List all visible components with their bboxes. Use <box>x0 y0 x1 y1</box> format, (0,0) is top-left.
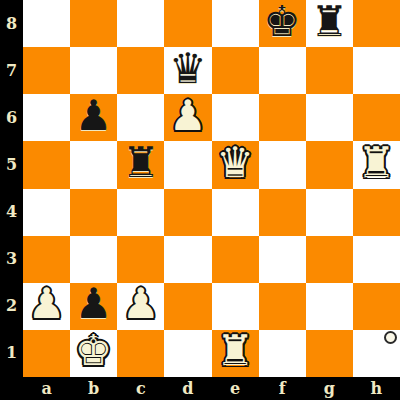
square-d2[interactable] <box>164 283 211 330</box>
square-h6[interactable] <box>353 94 400 141</box>
square-c7[interactable] <box>117 47 164 94</box>
square-d8[interactable] <box>164 0 211 47</box>
file-label-a: a <box>23 377 70 400</box>
square-g8[interactable]: ♜ <box>306 0 353 47</box>
chess-board: ♚♜♛♟♟♜♛♜♟♟♟♚♜ <box>23 0 400 377</box>
square-a8[interactable] <box>23 0 70 47</box>
white-king[interactable]: ♚ <box>75 330 113 372</box>
file-label-f: f <box>259 377 306 400</box>
white-to-move-indicator <box>384 331 397 344</box>
square-e5[interactable]: ♛ <box>212 141 259 188</box>
file-label-d: d <box>164 377 211 400</box>
square-h7[interactable] <box>353 47 400 94</box>
square-c3[interactable] <box>117 236 164 283</box>
file-label-c: c <box>117 377 164 400</box>
rank-label-8: 8 <box>0 0 23 47</box>
square-a3[interactable] <box>23 236 70 283</box>
black-pawn[interactable]: ♟ <box>75 95 113 137</box>
square-e2[interactable] <box>212 283 259 330</box>
square-h4[interactable] <box>353 189 400 236</box>
rank-labels: 87654321 <box>0 0 23 377</box>
square-d3[interactable] <box>164 236 211 283</box>
square-g1[interactable] <box>306 330 353 377</box>
black-king[interactable]: ♚ <box>263 1 301 43</box>
square-c4[interactable] <box>117 189 164 236</box>
square-h2[interactable] <box>353 283 400 330</box>
square-g2[interactable] <box>306 283 353 330</box>
file-label-h: h <box>353 377 400 400</box>
square-e3[interactable] <box>212 236 259 283</box>
rank-label-7: 7 <box>0 47 23 94</box>
square-f1[interactable] <box>259 330 306 377</box>
square-h8[interactable] <box>353 0 400 47</box>
file-label-b: b <box>70 377 117 400</box>
square-c5[interactable]: ♜ <box>117 141 164 188</box>
square-a7[interactable] <box>23 47 70 94</box>
square-d4[interactable] <box>164 189 211 236</box>
white-rook[interactable]: ♜ <box>358 142 396 184</box>
square-c8[interactable] <box>117 0 164 47</box>
square-c6[interactable] <box>117 94 164 141</box>
rank-label-4: 4 <box>0 189 23 236</box>
square-a1[interactable] <box>23 330 70 377</box>
white-pawn[interactable]: ♟ <box>169 95 207 137</box>
square-b6[interactable]: ♟ <box>70 94 117 141</box>
square-c1[interactable] <box>117 330 164 377</box>
square-h3[interactable] <box>353 236 400 283</box>
square-e4[interactable] <box>212 189 259 236</box>
rank-label-2: 2 <box>0 283 23 330</box>
square-a4[interactable] <box>23 189 70 236</box>
black-rook[interactable]: ♜ <box>122 142 160 184</box>
rank-label-3: 3 <box>0 236 23 283</box>
square-e7[interactable] <box>212 47 259 94</box>
square-a5[interactable] <box>23 141 70 188</box>
square-f3[interactable] <box>259 236 306 283</box>
black-pawn[interactable]: ♟ <box>75 283 113 325</box>
file-label-e: e <box>212 377 259 400</box>
square-d1[interactable] <box>164 330 211 377</box>
black-queen[interactable]: ♛ <box>169 48 207 90</box>
square-a2[interactable]: ♟ <box>23 283 70 330</box>
square-h5[interactable]: ♜ <box>353 141 400 188</box>
square-d5[interactable] <box>164 141 211 188</box>
chess-diagram: 87654321 ♚♜♛♟♟♜♛♜♟♟♟♚♜ abcdefgh <box>0 0 400 400</box>
square-e8[interactable] <box>212 0 259 47</box>
white-rook[interactable]: ♜ <box>216 330 254 372</box>
file-labels: abcdefgh <box>23 377 400 400</box>
square-c2[interactable]: ♟ <box>117 283 164 330</box>
rank-label-6: 6 <box>0 94 23 141</box>
square-f6[interactable] <box>259 94 306 141</box>
square-f2[interactable] <box>259 283 306 330</box>
square-b4[interactable] <box>70 189 117 236</box>
square-e1[interactable]: ♜ <box>212 330 259 377</box>
square-b8[interactable] <box>70 0 117 47</box>
square-g3[interactable] <box>306 236 353 283</box>
square-g6[interactable] <box>306 94 353 141</box>
square-b2[interactable]: ♟ <box>70 283 117 330</box>
square-b5[interactable] <box>70 141 117 188</box>
square-g7[interactable] <box>306 47 353 94</box>
square-e6[interactable] <box>212 94 259 141</box>
white-queen[interactable]: ♛ <box>216 142 254 184</box>
square-b7[interactable] <box>70 47 117 94</box>
rank-label-5: 5 <box>0 141 23 188</box>
square-f5[interactable] <box>259 141 306 188</box>
file-label-g: g <box>306 377 353 400</box>
square-f7[interactable] <box>259 47 306 94</box>
square-b1[interactable]: ♚ <box>70 330 117 377</box>
rank-label-1: 1 <box>0 330 23 377</box>
square-f4[interactable] <box>259 189 306 236</box>
square-g4[interactable] <box>306 189 353 236</box>
square-f8[interactable]: ♚ <box>259 0 306 47</box>
white-pawn[interactable]: ♟ <box>28 283 66 325</box>
square-d6[interactable]: ♟ <box>164 94 211 141</box>
black-rook[interactable]: ♜ <box>310 1 348 43</box>
square-d7[interactable]: ♛ <box>164 47 211 94</box>
white-pawn[interactable]: ♟ <box>122 283 160 325</box>
square-b3[interactable] <box>70 236 117 283</box>
square-a6[interactable] <box>23 94 70 141</box>
square-g5[interactable] <box>306 141 353 188</box>
